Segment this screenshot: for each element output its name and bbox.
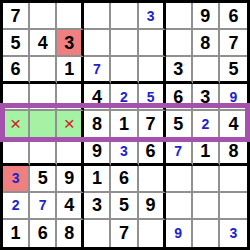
cell-r9c6[interactable] [139, 220, 166, 247]
cell-r8c5[interactable]: 5 [111, 193, 138, 220]
cell-r6c5[interactable]: 3 [111, 139, 138, 166]
cell-r5c5[interactable]: 1 [111, 111, 138, 138]
cell-value: 3 [173, 60, 183, 78]
cell-value: 6 [228, 7, 238, 25]
cell-value: 5 [38, 169, 48, 187]
cell-value: 7 [146, 115, 156, 133]
cell-r3c9[interactable]: 5 [220, 57, 247, 84]
cell-r2c5[interactable] [111, 30, 138, 57]
cell-r5c2[interactable] [30, 111, 57, 138]
cell-r5c6[interactable]: 7 [139, 111, 166, 138]
cell-r6c8[interactable]: 1 [193, 139, 220, 166]
cell-value: 5 [228, 60, 238, 78]
cell-r5c1[interactable]: × [3, 111, 30, 138]
cell-value: 9 [146, 196, 156, 214]
cell-r2c9[interactable]: 7 [220, 30, 247, 57]
cell-value: 7 [39, 198, 47, 212]
cell-r2c3[interactable]: 3 [57, 30, 84, 57]
cell-value: 8 [92, 115, 102, 133]
cell-r4c3[interactable] [57, 84, 84, 111]
cell-r6c4[interactable]: 9 [84, 139, 111, 166]
cell-value: 7 [11, 7, 21, 25]
cell-r1c9[interactable]: 6 [220, 3, 247, 30]
cell-r3c2[interactable] [30, 57, 57, 84]
cell-value: 7 [174, 144, 182, 158]
cell-r9c4[interactable] [84, 220, 111, 247]
cell-value: 2 [12, 198, 20, 212]
cell-value: 3 [120, 144, 128, 158]
cell-r8c2[interactable]: 7 [30, 193, 57, 220]
cell-value: 6 [11, 60, 21, 78]
cell-value: 9 [230, 90, 238, 104]
cell-value: 2 [201, 117, 209, 131]
cell-r5c9[interactable]: 4 [220, 111, 247, 138]
cell-r9c7[interactable]: 9 [166, 220, 193, 247]
cell-r3c8[interactable] [193, 57, 220, 84]
cell-r3c4[interactable]: 7 [84, 57, 111, 84]
cell-r7c5[interactable]: 6 [111, 166, 138, 193]
cell-value: 4 [38, 34, 48, 52]
cell-r1c2[interactable] [30, 3, 57, 30]
cell-r7c4[interactable]: 1 [84, 166, 111, 193]
cell-value: 4 [228, 115, 238, 133]
cell-value: 7 [93, 62, 101, 76]
cell-r7c9[interactable] [220, 166, 247, 193]
cell-r5c7[interactable]: 5 [166, 111, 193, 138]
cell-r8c7[interactable] [166, 193, 193, 220]
cell-r2c7[interactable] [166, 30, 193, 57]
cell-r3c3[interactable]: 1 [57, 57, 84, 84]
cell-value: 6 [38, 224, 48, 242]
cell-value: 3 [200, 88, 210, 106]
cell-value: 3 [64, 34, 74, 52]
cell-r8c6[interactable]: 9 [139, 193, 166, 220]
cell-value: 8 [228, 142, 238, 160]
cell-r6c2[interactable] [30, 139, 57, 166]
cell-r4c2[interactable] [30, 84, 57, 111]
cell-r4c1[interactable] [3, 84, 30, 111]
cell-r8c1[interactable]: 2 [3, 193, 30, 220]
cell-r9c9[interactable]: 3 [220, 220, 247, 247]
cell-value: 1 [64, 60, 74, 78]
cell-r3c1[interactable]: 6 [3, 57, 30, 84]
cell-r6c7[interactable]: 7 [166, 139, 193, 166]
cell-r2c1[interactable]: 5 [3, 30, 30, 57]
cell-value: 8 [200, 34, 210, 52]
cell-r6c9[interactable]: 8 [220, 139, 247, 166]
cell-value: 3 [12, 171, 20, 185]
cell-value: 8 [64, 224, 74, 242]
cell-value: 7 [228, 34, 238, 52]
cell-r7c2[interactable]: 5 [30, 166, 57, 193]
cell-r3c7[interactable]: 3 [166, 57, 193, 84]
cell-value: 3 [147, 9, 155, 23]
cell-r5c3[interactable]: × [57, 111, 84, 138]
cell-r7c7[interactable] [166, 166, 193, 193]
cell-value: 1 [119, 115, 129, 133]
cell-r8c9[interactable] [220, 193, 247, 220]
x-mark: × [64, 114, 75, 133]
cell-value: 9 [64, 169, 74, 187]
cell-value: 1 [11, 224, 21, 242]
cell-r1c1[interactable]: 7 [3, 3, 30, 30]
cell-r9c3[interactable]: 8 [57, 220, 84, 247]
cell-value: 6 [146, 142, 156, 160]
cell-r2c2[interactable]: 4 [30, 30, 57, 57]
cell-r5c4[interactable]: 8 [84, 111, 111, 138]
cell-r1c3[interactable] [57, 3, 84, 30]
cell-r3c6[interactable] [139, 57, 166, 84]
cell-r8c4[interactable]: 3 [84, 193, 111, 220]
cell-value: 9 [200, 7, 210, 25]
cell-value: 1 [92, 169, 102, 187]
cell-r2c8[interactable]: 8 [193, 30, 220, 57]
cell-r9c5[interactable]: 7 [111, 220, 138, 247]
cell-value: 5 [147, 90, 155, 104]
cell-r4c9[interactable]: 9 [220, 84, 247, 111]
cell-r1c5[interactable] [111, 3, 138, 30]
cell-r9c2[interactable]: 6 [30, 220, 57, 247]
cell-value: 5 [11, 34, 21, 52]
cell-r1c7[interactable] [166, 3, 193, 30]
cell-value: 4 [64, 196, 74, 214]
cell-r9c1[interactable]: 1 [3, 220, 30, 247]
cell-value: 1 [200, 142, 210, 160]
cell-r4c6[interactable]: 5 [139, 84, 166, 111]
cell-value: 5 [119, 196, 129, 214]
sudoku-board: 73965438761735425639××817524936718359162… [0, 0, 250, 250]
cell-r1c4[interactable] [84, 3, 111, 30]
cell-r4c8[interactable]: 3 [193, 84, 220, 111]
x-mark: × [10, 114, 21, 133]
cell-r2c6[interactable] [139, 30, 166, 57]
cell-r7c1[interactable]: 3 [3, 166, 30, 193]
cell-r6c1[interactable] [3, 139, 30, 166]
cell-value: 3 [230, 226, 238, 240]
cell-r2c4[interactable] [84, 30, 111, 57]
cell-value: 2 [120, 90, 128, 104]
cell-r4c4[interactable]: 4 [84, 84, 111, 111]
cell-value: 5 [173, 115, 183, 133]
cell-value: 3 [92, 196, 102, 214]
cell-r6c6[interactable]: 6 [139, 139, 166, 166]
sudoku-grid: 73965438761735425639××817524936718359162… [3, 3, 247, 247]
cell-r4c7[interactable]: 6 [166, 84, 193, 111]
cell-r5c8[interactable]: 2 [193, 111, 220, 138]
cell-value: 6 [173, 88, 183, 106]
cell-value: 9 [92, 142, 102, 160]
cell-r3c5[interactable] [111, 57, 138, 84]
cell-r8c3[interactable]: 4 [57, 193, 84, 220]
cell-value: 7 [119, 224, 129, 242]
cell-value: 6 [119, 169, 129, 187]
cell-r4c5[interactable]: 2 [111, 84, 138, 111]
cell-r6c3[interactable] [57, 139, 84, 166]
cell-value: 4 [92, 88, 102, 106]
cell-r1c6[interactable]: 3 [139, 3, 166, 30]
cell-r7c8[interactable] [193, 166, 220, 193]
cell-r7c3[interactable]: 9 [57, 166, 84, 193]
cell-r9c8[interactable] [193, 220, 220, 247]
cell-value: 9 [174, 226, 182, 240]
cell-r7c6[interactable] [139, 166, 166, 193]
cell-r8c8[interactable] [193, 193, 220, 220]
cell-r1c8[interactable]: 9 [193, 3, 220, 30]
